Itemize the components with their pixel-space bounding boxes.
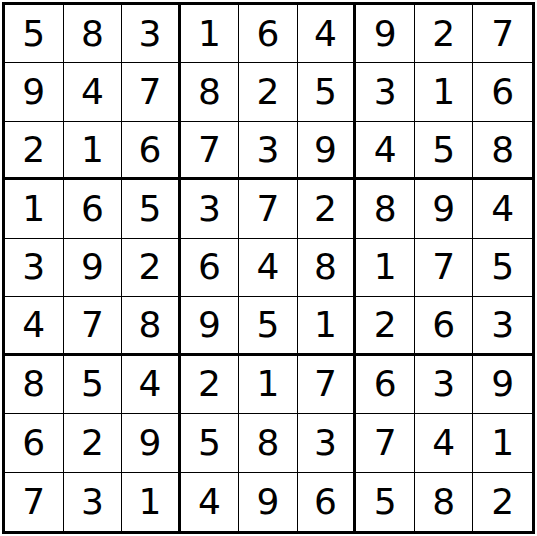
cell-r6c1[interactable]: 4 <box>5 297 64 355</box>
cell-r1c3[interactable]: 3 <box>122 5 181 63</box>
cell-r4c4[interactable]: 3 <box>181 180 240 238</box>
cell-r3c4[interactable]: 7 <box>181 122 240 180</box>
cell-r5c6[interactable]: 8 <box>298 239 357 297</box>
cell-r9c1[interactable]: 7 <box>5 473 64 531</box>
cell-r6c2[interactable]: 7 <box>64 297 123 355</box>
cell-r5c2[interactable]: 9 <box>64 239 123 297</box>
cell-r6c5[interactable]: 5 <box>239 297 298 355</box>
cell-r2c3[interactable]: 7 <box>122 63 181 121</box>
cell-r5c8[interactable]: 7 <box>415 239 474 297</box>
cell-r8c4[interactable]: 5 <box>181 414 240 472</box>
cell-r3c3[interactable]: 6 <box>122 122 181 180</box>
cell-r7c1[interactable]: 8 <box>5 356 64 414</box>
cell-r7c6[interactable]: 7 <box>298 356 357 414</box>
cell-r4c6[interactable]: 2 <box>298 180 357 238</box>
cell-r6c4[interactable]: 9 <box>181 297 240 355</box>
cell-r7c8[interactable]: 3 <box>415 356 474 414</box>
cell-r3c9[interactable]: 8 <box>473 122 532 180</box>
cell-r4c1[interactable]: 1 <box>5 180 64 238</box>
cell-r1c5[interactable]: 6 <box>239 5 298 63</box>
cell-r3c1[interactable]: 2 <box>5 122 64 180</box>
cell-r2c9[interactable]: 6 <box>473 63 532 121</box>
cell-r4c3[interactable]: 5 <box>122 180 181 238</box>
cell-r7c4[interactable]: 2 <box>181 356 240 414</box>
cell-r2c2[interactable]: 4 <box>64 63 123 121</box>
cell-r2c7[interactable]: 3 <box>356 63 415 121</box>
cell-r7c5[interactable]: 1 <box>239 356 298 414</box>
cell-r2c8[interactable]: 1 <box>415 63 474 121</box>
cell-r8c5[interactable]: 8 <box>239 414 298 472</box>
cell-r4c5[interactable]: 7 <box>239 180 298 238</box>
sudoku-board-container: 5831649279478253162167394581653728943926… <box>2 2 535 534</box>
cell-r5c3[interactable]: 2 <box>122 239 181 297</box>
cell-r8c7[interactable]: 7 <box>356 414 415 472</box>
cell-r9c6[interactable]: 6 <box>298 473 357 531</box>
cell-r3c2[interactable]: 1 <box>64 122 123 180</box>
cell-r4c8[interactable]: 9 <box>415 180 474 238</box>
cell-r3c5[interactable]: 3 <box>239 122 298 180</box>
cell-r2c5[interactable]: 2 <box>239 63 298 121</box>
cell-r6c9[interactable]: 3 <box>473 297 532 355</box>
cell-r7c9[interactable]: 9 <box>473 356 532 414</box>
cell-r5c1[interactable]: 3 <box>5 239 64 297</box>
cell-r6c7[interactable]: 2 <box>356 297 415 355</box>
cell-r7c3[interactable]: 4 <box>122 356 181 414</box>
cell-r3c6[interactable]: 9 <box>298 122 357 180</box>
cell-r1c2[interactable]: 8 <box>64 5 123 63</box>
cell-r5c5[interactable]: 4 <box>239 239 298 297</box>
cell-r1c9[interactable]: 7 <box>473 5 532 63</box>
cell-r5c4[interactable]: 6 <box>181 239 240 297</box>
cell-r8c8[interactable]: 4 <box>415 414 474 472</box>
cell-r8c9[interactable]: 1 <box>473 414 532 472</box>
cell-r1c7[interactable]: 9 <box>356 5 415 63</box>
cell-r8c2[interactable]: 2 <box>64 414 123 472</box>
cell-r6c3[interactable]: 8 <box>122 297 181 355</box>
cell-r8c6[interactable]: 3 <box>298 414 357 472</box>
cell-r2c4[interactable]: 8 <box>181 63 240 121</box>
cell-r8c1[interactable]: 6 <box>5 414 64 472</box>
cell-r9c8[interactable]: 8 <box>415 473 474 531</box>
cell-r3c7[interactable]: 4 <box>356 122 415 180</box>
cell-r8c3[interactable]: 9 <box>122 414 181 472</box>
cell-r6c6[interactable]: 1 <box>298 297 357 355</box>
cell-r1c6[interactable]: 4 <box>298 5 357 63</box>
cell-r7c7[interactable]: 6 <box>356 356 415 414</box>
cell-r4c7[interactable]: 8 <box>356 180 415 238</box>
cell-r4c2[interactable]: 6 <box>64 180 123 238</box>
cell-r9c9[interactable]: 2 <box>473 473 532 531</box>
cell-r9c5[interactable]: 9 <box>239 473 298 531</box>
cell-r4c9[interactable]: 4 <box>473 180 532 238</box>
cell-r1c4[interactable]: 1 <box>181 5 240 63</box>
cell-r7c2[interactable]: 5 <box>64 356 123 414</box>
cell-r2c1[interactable]: 9 <box>5 63 64 121</box>
cell-r1c8[interactable]: 2 <box>415 5 474 63</box>
cell-r3c8[interactable]: 5 <box>415 122 474 180</box>
cell-r9c3[interactable]: 1 <box>122 473 181 531</box>
cell-r5c7[interactable]: 1 <box>356 239 415 297</box>
cell-r9c4[interactable]: 4 <box>181 473 240 531</box>
cell-r2c6[interactable]: 5 <box>298 63 357 121</box>
cell-r6c8[interactable]: 6 <box>415 297 474 355</box>
cell-r9c2[interactable]: 3 <box>64 473 123 531</box>
cell-r1c1[interactable]: 5 <box>5 5 64 63</box>
cell-r9c7[interactable]: 5 <box>356 473 415 531</box>
sudoku-board: 5831649279478253162167394581653728943926… <box>2 2 535 534</box>
cell-r5c9[interactable]: 5 <box>473 239 532 297</box>
